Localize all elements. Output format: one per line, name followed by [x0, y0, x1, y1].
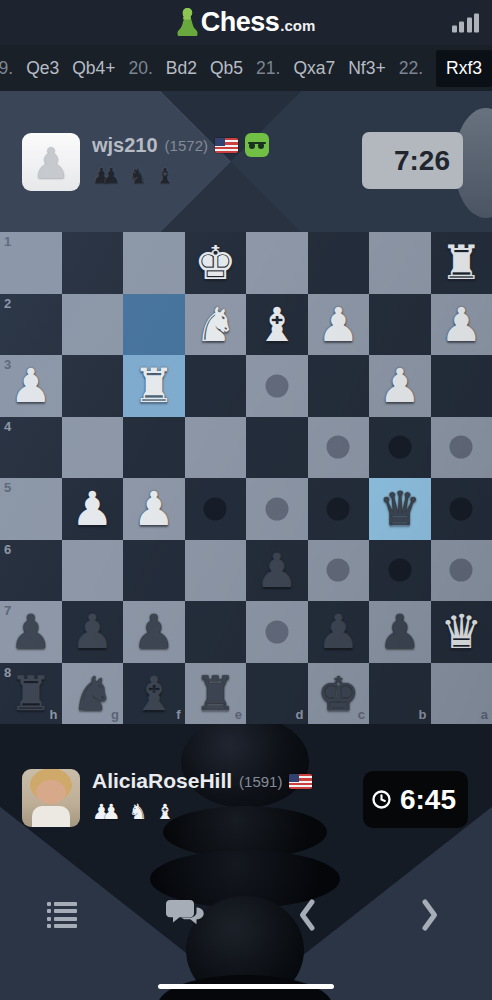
rank-label-3: 3 — [4, 358, 11, 371]
captured-pieces-bottom: ♟♟♞♝ — [92, 800, 312, 824]
square-d2[interactable]: ♝ — [246, 294, 308, 356]
legal-move-dot — [388, 559, 411, 582]
square-g3[interactable] — [62, 355, 124, 417]
move-list: 9.Qe3Qb4+20.Bd2Qb521.Qxa7Nf3+22.Rxf3 — [0, 45, 492, 91]
legal-move-dot — [327, 436, 350, 459]
home-indicator[interactable] — [158, 984, 334, 989]
piece-black-pawn: ♟ — [62, 601, 124, 663]
back-button[interactable] — [279, 890, 335, 940]
square-c4[interactable] — [308, 417, 370, 479]
square-f4[interactable] — [123, 417, 185, 479]
clock-icon — [371, 789, 392, 810]
square-d3[interactable] — [246, 355, 308, 417]
move-token[interactable]: Qxa7 — [293, 58, 335, 79]
square-c2[interactable]: ♟ — [308, 294, 370, 356]
legal-move-dot — [204, 497, 227, 520]
chat-icon — [166, 899, 204, 931]
sunglasses-flair-icon — [245, 133, 269, 157]
square-g4[interactable] — [62, 417, 124, 479]
square-c8[interactable]: c♚ — [308, 663, 370, 725]
move-list-button[interactable] — [34, 890, 90, 940]
square-g6[interactable] — [62, 540, 124, 602]
square-f6[interactable] — [123, 540, 185, 602]
legal-move-dot — [327, 497, 350, 520]
captured-knight: ♞ — [129, 166, 148, 187]
file-label-g: g — [111, 708, 119, 721]
player-card-bottom: AliciaRoseHill (1591) ♟♟♞♝ 6:45 — [0, 755, 492, 870]
square-c6[interactable] — [308, 540, 370, 602]
move-token[interactable]: 20. — [129, 58, 153, 79]
square-b6[interactable] — [369, 540, 431, 602]
square-h4[interactable]: 4 — [0, 417, 62, 479]
legal-move-dot — [388, 436, 411, 459]
move-token[interactable]: Nf3+ — [348, 58, 385, 79]
rank-label-5: 5 — [4, 481, 11, 494]
move-token[interactable]: 9. — [0, 58, 13, 79]
legal-move-dot — [265, 497, 288, 520]
rank-label-7: 7 — [4, 604, 11, 617]
us-flag-icon — [289, 774, 312, 789]
square-e8[interactable]: e♜ — [185, 663, 247, 725]
square-a3[interactable] — [431, 355, 492, 417]
square-f5[interactable]: ♟ — [123, 478, 185, 540]
file-label-d: d — [296, 708, 304, 721]
square-d6[interactable]: ♟ — [246, 540, 308, 602]
file-label-f: f — [176, 708, 180, 721]
square-g8[interactable]: g♞ — [62, 663, 124, 725]
piece-white-bishop: ♝ — [246, 294, 308, 356]
square-a1[interactable]: ♜ — [431, 232, 492, 294]
square-e4[interactable] — [185, 417, 247, 479]
chevron-right-icon — [420, 898, 440, 932]
square-a5[interactable] — [431, 478, 492, 540]
rank-label-1: 1 — [4, 235, 11, 248]
player-clock-time: 6:45 — [400, 784, 456, 816]
forward-button[interactable] — [402, 890, 458, 940]
square-a8[interactable]: a — [431, 663, 492, 725]
captured-knight: ♞ — [129, 802, 148, 823]
rank-label-4: 4 — [4, 420, 11, 433]
square-e7[interactable] — [185, 601, 247, 663]
move-token[interactable]: Rxf3 — [436, 50, 492, 87]
square-g7[interactable]: ♟ — [62, 601, 124, 663]
square-d8[interactable]: d — [246, 663, 308, 725]
piece-white-pawn: ♟ — [123, 478, 185, 540]
player-rating: (1591) — [239, 773, 282, 790]
captured-pawn: ♟ — [102, 166, 121, 187]
square-f8[interactable]: f♝ — [123, 663, 185, 725]
logo-text: Chess — [201, 7, 280, 38]
square-b1[interactable] — [369, 232, 431, 294]
square-b2[interactable] — [369, 294, 431, 356]
square-f3[interactable]: ♜ — [123, 355, 185, 417]
legal-move-dot — [265, 620, 288, 643]
move-token[interactable]: 22. — [399, 58, 423, 79]
square-c3[interactable] — [308, 355, 370, 417]
us-flag-icon — [215, 138, 238, 153]
square-e2[interactable]: ♞ — [185, 294, 247, 356]
player-card-top: ♟ wjs210 (1572) ♟♟♞♝ 7:26 — [0, 91, 492, 232]
legal-move-dot — [450, 559, 473, 582]
square-e3[interactable] — [185, 355, 247, 417]
square-c1[interactable] — [308, 232, 370, 294]
move-token[interactable]: Qb4+ — [72, 58, 115, 79]
legal-move-dot — [327, 559, 350, 582]
piece-white-knight: ♞ — [185, 294, 247, 356]
captured-bishop: ♝ — [155, 166, 174, 187]
file-label-a: a — [481, 708, 488, 721]
file-label-c: c — [358, 708, 365, 721]
legal-move-dot — [450, 436, 473, 459]
square-d7[interactable] — [246, 601, 308, 663]
piece-black-pawn: ♟ — [246, 540, 308, 602]
square-b5[interactable]: ♛ — [369, 478, 431, 540]
chess-board[interactable]: 1♚♜2♞♝♟♟3♟♜♟45♟♟♛6♟7♟♟♟♟♟♛8h♜g♞f♝e♜dc♚ba — [0, 232, 492, 724]
piece-white-queen: ♛ — [431, 601, 492, 663]
captured-pieces-top: ♟♟♞♝ — [92, 164, 269, 188]
move-list-icon — [47, 902, 77, 928]
square-b4[interactable] — [369, 417, 431, 479]
square-c7[interactable]: ♟ — [308, 601, 370, 663]
square-h8[interactable]: 8h♜ — [0, 663, 62, 725]
square-c5[interactable] — [308, 478, 370, 540]
square-e5[interactable] — [185, 478, 247, 540]
piece-black-pawn: ♟ — [369, 601, 431, 663]
move-token[interactable]: 21. — [256, 58, 280, 79]
piece-white-pawn: ♟ — [369, 355, 431, 417]
file-label-e: e — [235, 708, 242, 721]
move-token[interactable]: Qb5 — [210, 58, 243, 79]
opponent-rating: (1572) — [165, 137, 208, 154]
square-a2[interactable]: ♟ — [431, 294, 492, 356]
opponent-clock: 7:26 — [362, 132, 463, 189]
player-avatar[interactable] — [22, 769, 80, 827]
square-f7[interactable]: ♟ — [123, 601, 185, 663]
square-g1[interactable] — [62, 232, 124, 294]
square-a4[interactable] — [431, 417, 492, 479]
rank-label-6: 6 — [4, 543, 11, 556]
captured-pawn: ♟ — [102, 802, 121, 823]
square-b7[interactable]: ♟ — [369, 601, 431, 663]
square-b3[interactable]: ♟ — [369, 355, 431, 417]
chat-button[interactable] — [157, 890, 213, 940]
square-h3[interactable]: 3♟ — [0, 355, 62, 417]
square-f1[interactable] — [123, 232, 185, 294]
chevron-left-icon — [297, 898, 317, 932]
square-e6[interactable] — [185, 540, 247, 602]
square-a6[interactable] — [431, 540, 492, 602]
square-g5[interactable]: ♟ — [62, 478, 124, 540]
square-b8[interactable]: b — [369, 663, 431, 725]
rank-label-2: 2 — [4, 297, 11, 310]
square-h1[interactable]: 1 — [0, 232, 62, 294]
player-username[interactable]: AliciaRoseHill — [92, 769, 232, 793]
piece-white-rook: ♜ — [123, 355, 185, 417]
piece-white-king: ♚ — [185, 232, 247, 294]
square-a7[interactable]: ♛ — [431, 601, 492, 663]
legal-move-dot — [450, 497, 473, 520]
rank-label-8: 8 — [4, 666, 11, 679]
piece-black-pawn: ♟ — [123, 601, 185, 663]
opponent-avatar[interactable]: ♟ — [22, 133, 80, 191]
square-d1[interactable] — [246, 232, 308, 294]
chess-app-screen: Chess .com 9.Qe3Qb4+20.Bd2Qb521.Qxa7Nf3+… — [0, 0, 492, 1000]
move-token[interactable]: Qe3 — [26, 58, 59, 79]
square-h2[interactable]: 2 — [0, 294, 62, 356]
piece-white-pawn: ♟ — [62, 478, 124, 540]
logo-pawn-icon — [177, 7, 198, 37]
piece-white-rook: ♜ — [431, 232, 492, 294]
opponent-clock-time: 7:26 — [394, 145, 450, 177]
square-e1[interactable]: ♚ — [185, 232, 247, 294]
status-bar: Chess .com — [0, 0, 492, 45]
move-list-bar: 9.Qe3Qb4+20.Bd2Qb521.Qxa7Nf3+22.Rxf3 — [0, 45, 492, 91]
square-d5[interactable] — [246, 478, 308, 540]
legal-move-dot — [265, 374, 288, 397]
file-label-h: h — [50, 708, 58, 721]
square-f2[interactable] — [123, 294, 185, 356]
signal-bars-icon — [452, 13, 480, 32]
pawn-avatar-icon: ♟ — [32, 143, 70, 185]
logo-tld: .com — [280, 17, 315, 38]
square-d4[interactable] — [246, 417, 308, 479]
piece-black-pawn: ♟ — [308, 601, 370, 663]
piece-white-pawn: ♟ — [431, 294, 492, 356]
piece-white-pawn: ♟ — [308, 294, 370, 356]
square-h6[interactable]: 6 — [0, 540, 62, 602]
move-token[interactable]: Bd2 — [166, 58, 197, 79]
square-h5[interactable]: 5 — [0, 478, 62, 540]
square-h7[interactable]: 7♟ — [0, 601, 62, 663]
captured-bishop: ♝ — [155, 802, 174, 823]
chesscom-logo: Chess .com — [177, 7, 316, 38]
opponent-username[interactable]: wjs210 — [92, 134, 158, 157]
piece-black-queen: ♛ — [369, 478, 431, 540]
player-clock: 6:45 — [363, 771, 468, 828]
file-label-b: b — [419, 708, 427, 721]
bottom-nav — [0, 880, 492, 950]
square-g2[interactable] — [62, 294, 124, 356]
